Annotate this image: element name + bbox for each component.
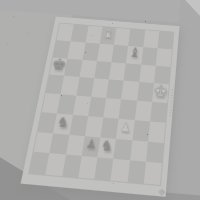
square-h3[interactable] [148, 121, 166, 142]
black-pawn: ♟ [85, 138, 98, 151]
square-h4[interactable] [150, 102, 167, 123]
board-edge-text [169, 89, 174, 116]
square-h5[interactable]: ♚ [152, 83, 169, 103]
white-bishop: ♝ [101, 27, 116, 41]
square-h6[interactable] [154, 65, 171, 84]
white-corner-highlight [182, 0, 200, 16]
white-king: ♚ [152, 83, 169, 100]
board-maker-logo-icon: ❖ [158, 188, 167, 198]
square-h8[interactable] [157, 31, 173, 49]
black-knight: ♞ [56, 114, 71, 129]
chessboard-photo: ♝♝♚♚♞♟♟♞ ❖ [0, 0, 200, 200]
white-pawn: ♟ [119, 121, 132, 134]
square-h7[interactable] [156, 48, 172, 67]
black-knight: ♞ [100, 138, 115, 154]
chess-board-grid: ♝♝♚♚♞♟♟♞ [29, 24, 173, 185]
black-bishop: ♝ [127, 46, 141, 60]
square-h2[interactable] [146, 141, 164, 163]
square-h1[interactable] [144, 162, 162, 185]
